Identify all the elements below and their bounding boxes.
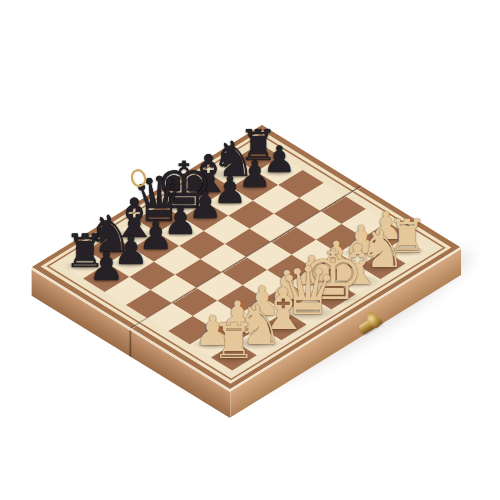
white-rook[interactable]: ♜ — [189, 318, 279, 367]
fold-seam-side-notch — [130, 330, 132, 357]
black-pawn[interactable]: ♟ — [61, 247, 151, 286]
product-photo-chess-set: ♜♞♝♚♛♝♞♜♟♟♟♟♟♟♟♟♟♟♟♟♟♟♟♟♜♞♝♚♛♝♞♜ — [0, 0, 500, 500]
